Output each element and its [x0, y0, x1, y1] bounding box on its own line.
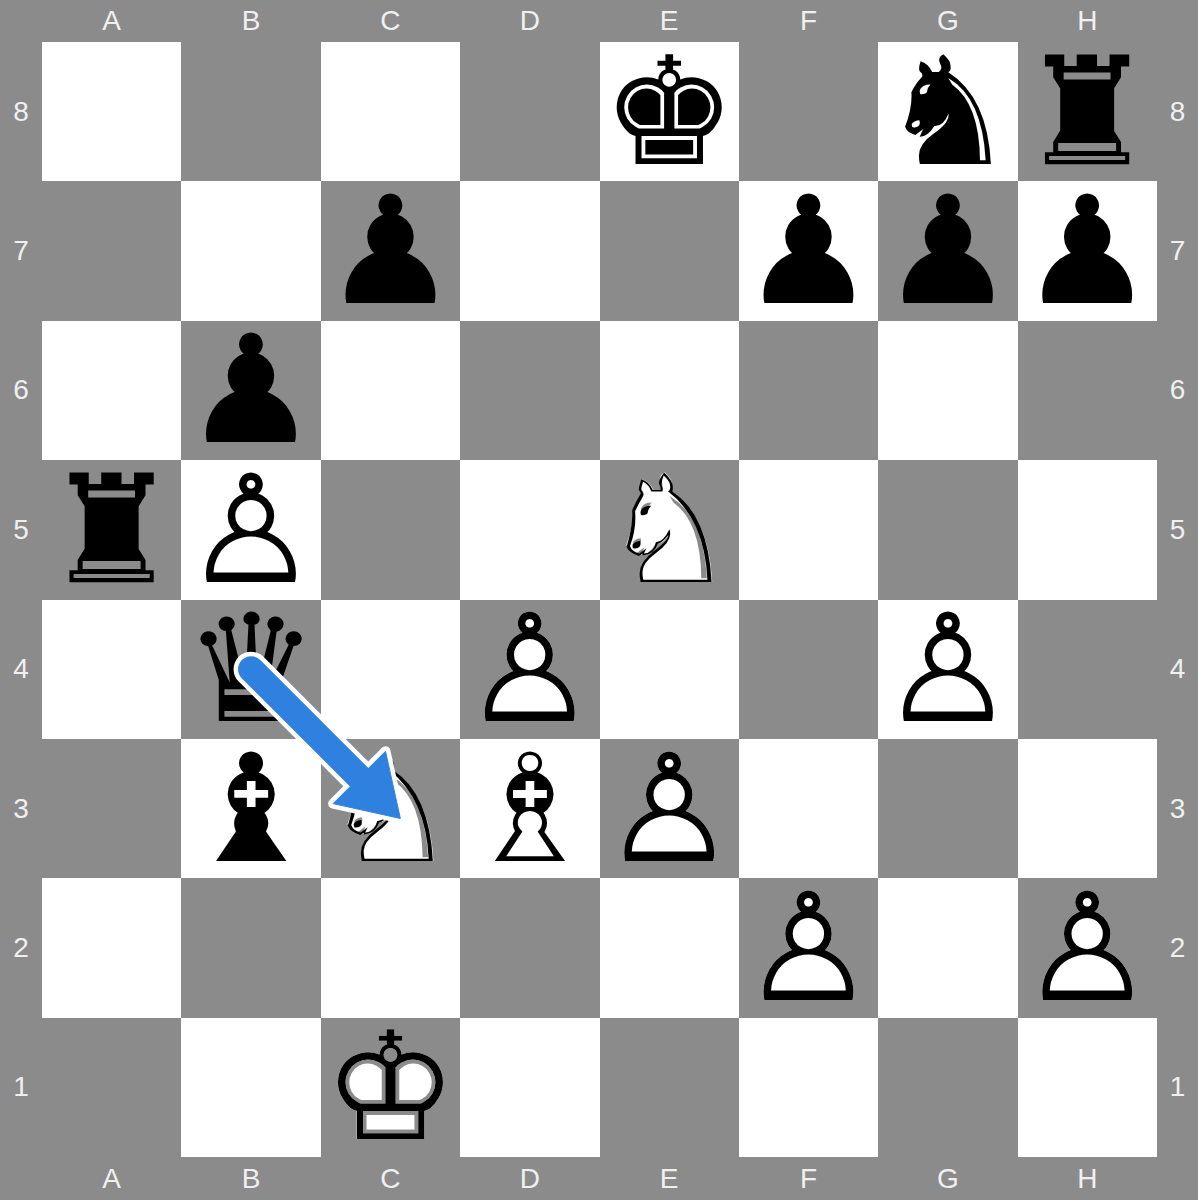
square-h1[interactable] [1018, 1018, 1157, 1157]
file-label-bottom-A: A [42, 1157, 181, 1200]
square-e8[interactable]: ♚ [600, 42, 739, 181]
rank-label-right-7: 7 [1157, 181, 1198, 320]
piece-black-knight[interactable]: ♞ [878, 42, 1017, 181]
square-b3[interactable]: ♝ [181, 739, 320, 878]
white-pawn-b5-icon: ♙ [181, 460, 320, 599]
piece-white-pawn-e3[interactable]: ♟♙ [600, 739, 739, 878]
black-pawn-h7-icon: ♟ [1018, 181, 1157, 320]
piece-black-queen[interactable]: ♛ [181, 600, 320, 739]
square-g2[interactable] [878, 878, 1017, 1017]
square-e6[interactable] [600, 321, 739, 460]
square-h4[interactable] [1018, 600, 1157, 739]
rank-label-left-1: 1 [0, 1018, 42, 1157]
black-pawn-b6-icon: ♟ [181, 321, 320, 460]
rank-label-left-8: 8 [0, 42, 42, 181]
rank-label-left-5: 5 [0, 460, 42, 599]
file-label-top-F: F [739, 0, 878, 42]
square-c2[interactable] [321, 878, 460, 1017]
black-pawn-f7-icon: ♟ [739, 181, 878, 320]
square-d8[interactable] [460, 42, 599, 181]
black-king-icon: ♚ [600, 42, 739, 181]
square-g8[interactable]: ♞ [878, 42, 1017, 181]
piece-black-pawn-g7[interactable]: ♟ [878, 181, 1017, 320]
black-queen-icon: ♛ [181, 600, 320, 739]
square-a4[interactable] [42, 600, 181, 739]
square-h3[interactable] [1018, 739, 1157, 878]
black-pawn-c7-icon: ♟ [321, 181, 460, 320]
square-b4[interactable]: ♛ [181, 600, 320, 739]
square-a3[interactable] [42, 739, 181, 878]
square-d4[interactable]: ♟♙ [460, 600, 599, 739]
square-b5[interactable]: ♟♙ [181, 460, 320, 599]
rank-label-right-4: 4 [1157, 600, 1198, 739]
rank-label-right-2: 2 [1157, 878, 1198, 1017]
piece-black-bishop[interactable]: ♝ [181, 739, 320, 878]
white-pawn-f2-icon: ♙ [739, 878, 878, 1017]
rank-labels-right: 87654321 [1157, 42, 1198, 1157]
file-label-top-B: B [181, 0, 320, 42]
square-e1[interactable] [600, 1018, 739, 1157]
square-b2[interactable] [181, 878, 320, 1017]
square-a8[interactable] [42, 42, 181, 181]
white-bishop-icon: ♗ [460, 739, 599, 878]
file-label-bottom-E: E [600, 1157, 739, 1200]
piece-white-pawn-d4[interactable]: ♟♙ [460, 600, 599, 739]
square-g4[interactable]: ♟♙ [878, 600, 1017, 739]
square-a2[interactable] [42, 878, 181, 1017]
square-b7[interactable] [181, 181, 320, 320]
square-b1[interactable] [181, 1018, 320, 1157]
white-knight-c3-icon: ♘ [321, 739, 460, 878]
file-label-top-C: C [321, 0, 460, 42]
square-e7[interactable] [600, 181, 739, 320]
square-h5[interactable] [1018, 460, 1157, 599]
rank-labels-left: 87654321 [0, 42, 42, 1157]
file-label-bottom-D: D [460, 1157, 599, 1200]
black-rook-h8-icon: ♜ [1018, 42, 1157, 181]
square-h6[interactable] [1018, 321, 1157, 460]
square-f5[interactable] [739, 460, 878, 599]
file-label-top-A: A [42, 0, 181, 42]
square-c4[interactable] [321, 600, 460, 739]
square-d1[interactable] [460, 1018, 599, 1157]
square-a6[interactable] [42, 321, 181, 460]
square-d2[interactable] [460, 878, 599, 1017]
white-knight-e5-icon: ♘ [600, 460, 739, 599]
black-knight-icon: ♞ [878, 42, 1017, 181]
square-a1[interactable] [42, 1018, 181, 1157]
square-f8[interactable] [739, 42, 878, 181]
square-d6[interactable] [460, 321, 599, 460]
rank-label-right-1: 1 [1157, 1018, 1198, 1157]
square-e3[interactable]: ♟♙ [600, 739, 739, 878]
piece-white-pawn-h2[interactable]: ♟♙ [1018, 878, 1157, 1017]
file-label-bottom-B: B [181, 1157, 320, 1200]
square-b6[interactable]: ♟ [181, 321, 320, 460]
square-h7[interactable]: ♟ [1018, 181, 1157, 320]
black-pawn-g7-icon: ♟ [878, 181, 1017, 320]
piece-white-pawn-f2[interactable]: ♟♙ [739, 878, 878, 1017]
rank-label-right-5: 5 [1157, 460, 1198, 599]
square-g5[interactable] [878, 460, 1017, 599]
square-c7[interactable]: ♟ [321, 181, 460, 320]
square-h2[interactable]: ♟♙ [1018, 878, 1157, 1017]
white-pawn-g4-icon: ♙ [878, 600, 1017, 739]
square-f1[interactable] [739, 1018, 878, 1157]
rank-label-right-8: 8 [1157, 42, 1198, 181]
piece-white-bishop[interactable]: ♝♗ [460, 739, 599, 878]
square-a7[interactable] [42, 181, 181, 320]
square-a5[interactable]: ♜ [42, 460, 181, 599]
file-label-bottom-H: H [1018, 1157, 1157, 1200]
white-pawn-e3-icon: ♙ [600, 739, 739, 878]
rank-label-right-6: 6 [1157, 321, 1198, 460]
square-d3[interactable]: ♝♗ [460, 739, 599, 878]
square-g1[interactable] [878, 1018, 1017, 1157]
square-g3[interactable] [878, 739, 1017, 878]
square-b8[interactable] [181, 42, 320, 181]
black-rook-a5-icon: ♜ [42, 460, 181, 599]
square-f2[interactable]: ♟♙ [739, 878, 878, 1017]
square-c6[interactable] [321, 321, 460, 460]
piece-white-pawn-g4[interactable]: ♟♙ [878, 600, 1017, 739]
square-c1[interactable]: ♚♔ [321, 1018, 460, 1157]
file-labels-bottom: ABCDEFGH [42, 1157, 1157, 1200]
square-c3[interactable]: ♞♘ [321, 739, 460, 878]
file-label-bottom-F: F [739, 1157, 878, 1200]
rank-label-left-2: 2 [0, 878, 42, 1017]
chess-board: ABCDEFGH ABCDEFGH 87654321 87654321 ♚♞♜♟… [0, 0, 1198, 1200]
square-e2[interactable] [600, 878, 739, 1017]
piece-white-pawn-b5[interactable]: ♟♙ [181, 460, 320, 599]
white-pawn-d4-icon: ♙ [460, 600, 599, 739]
square-d7[interactable] [460, 181, 599, 320]
piece-black-pawn-h7[interactable]: ♟ [1018, 181, 1157, 320]
square-g7[interactable]: ♟ [878, 181, 1017, 320]
black-bishop-icon: ♝ [181, 739, 320, 878]
file-label-bottom-G: G [878, 1157, 1017, 1200]
piece-white-knight-e5[interactable]: ♞♘ [600, 460, 739, 599]
square-h8[interactable]: ♜ [1018, 42, 1157, 181]
square-e5[interactable]: ♞♘ [600, 460, 739, 599]
piece-black-rook-a5[interactable]: ♜ [42, 460, 181, 599]
square-f4[interactable] [739, 600, 878, 739]
piece-black-pawn-f7[interactable]: ♟ [739, 181, 878, 320]
square-g6[interactable] [878, 321, 1017, 460]
piece-black-king[interactable]: ♚ [600, 42, 739, 181]
rank-label-left-3: 3 [0, 739, 42, 878]
square-c5[interactable] [321, 460, 460, 599]
piece-white-knight-c3[interactable]: ♞♘ [321, 739, 460, 878]
square-f7[interactable]: ♟ [739, 181, 878, 320]
square-c8[interactable] [321, 42, 460, 181]
square-f3[interactable] [739, 739, 878, 878]
piece-white-king[interactable]: ♚♔ [321, 1018, 460, 1157]
square-e4[interactable] [600, 600, 739, 739]
rank-label-left-7: 7 [0, 181, 42, 320]
square-d5[interactable] [460, 460, 599, 599]
white-pawn-h2-icon: ♙ [1018, 878, 1157, 1017]
white-king-icon: ♔ [321, 1018, 460, 1157]
piece-black-pawn-c7[interactable]: ♟ [321, 181, 460, 320]
rank-label-left-4: 4 [0, 600, 42, 739]
board-grid: ♚♞♜♟♟♟♟♟♜♟♙♞♘♛♟♙♟♙♝♞♘♝♗♟♙♟♙♟♙♚♔ [42, 42, 1157, 1157]
square-f6[interactable] [739, 321, 878, 460]
rank-label-left-6: 6 [0, 321, 42, 460]
rank-label-right-3: 3 [1157, 739, 1198, 878]
piece-black-pawn-b6[interactable]: ♟ [181, 321, 320, 460]
file-label-top-D: D [460, 0, 599, 42]
piece-black-rook-h8[interactable]: ♜ [1018, 42, 1157, 181]
